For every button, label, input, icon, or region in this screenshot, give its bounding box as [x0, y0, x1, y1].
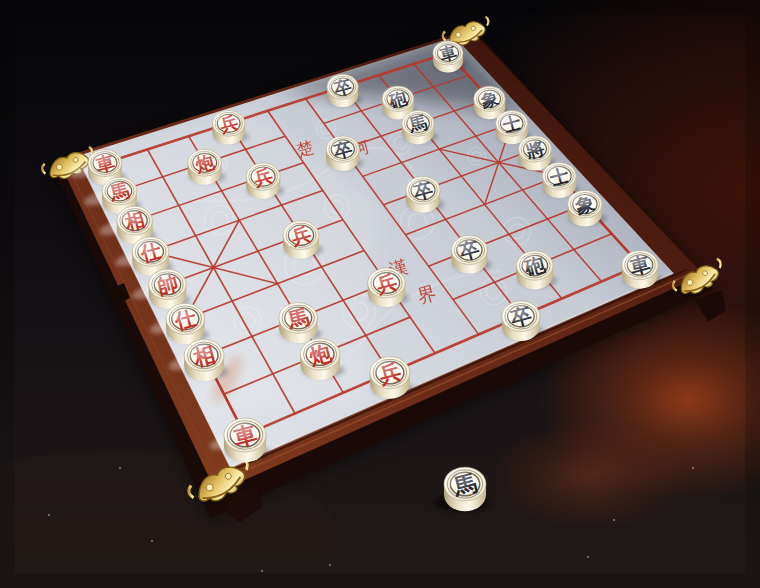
- piece-glare: [625, 253, 648, 268]
- piece-glare: [286, 224, 308, 239]
- piece-glare: [447, 471, 473, 489]
- xiangqi-board-photo: 楚河漢界車卒砲象兵馬士將卒炮車士兵卒馬象相兵卒仕車砲兵帥卒馬仕炮相兵車馬: [0, 0, 760, 588]
- piece-glare: [435, 43, 454, 56]
- piece-glare: [152, 272, 175, 288]
- piece-glare: [545, 165, 566, 179]
- piece-glare: [570, 193, 591, 208]
- piece-glare: [249, 166, 270, 180]
- piece-glare: [120, 209, 142, 224]
- piece-glare: [190, 152, 211, 166]
- piece-glare: [373, 360, 398, 377]
- piece-glare: [498, 113, 518, 127]
- xiangqi-photo-scene: 楚河漢界車卒砲象兵馬士將卒炮車士兵卒馬象相兵卒仕車砲兵帥卒馬仕炮相兵車馬: [0, 0, 760, 588]
- piece-glare: [371, 271, 394, 287]
- piece-glare: [476, 89, 496, 102]
- piece-glare: [454, 238, 476, 253]
- piece-glare: [409, 179, 430, 193]
- piece-glare: [330, 77, 349, 90]
- piece-glare: [105, 180, 127, 195]
- piece-glare: [505, 304, 529, 320]
- piece-glare: [187, 343, 212, 360]
- piece-glare: [385, 89, 405, 102]
- piece-glare: [91, 152, 112, 166]
- piece-glare: [282, 306, 306, 322]
- piece-glare: [169, 307, 193, 323]
- piece-glare: [520, 254, 543, 269]
- piece-glare: [329, 139, 350, 153]
- piece-glare: [215, 113, 235, 127]
- piece-glare: [405, 113, 425, 127]
- piece-glare: [135, 240, 158, 255]
- piece-glare: [521, 139, 541, 153]
- piece-glare: [227, 422, 253, 440]
- piece-glare: [303, 342, 328, 359]
